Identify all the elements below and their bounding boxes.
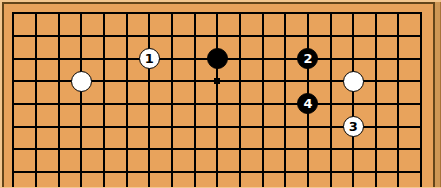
board-intersection (274, 93, 297, 116)
board-intersection (47, 115, 70, 138)
board-intersection (251, 161, 274, 184)
board-intersection (251, 115, 274, 138)
board-intersection (115, 115, 138, 138)
board-intersection (138, 70, 161, 93)
board-intersection (93, 2, 116, 25)
board-intersection (297, 161, 320, 184)
board-intersection (93, 93, 116, 116)
black-stone (207, 48, 228, 69)
board-intersection (93, 161, 116, 184)
board-intersection (115, 47, 138, 70)
board-intersection (161, 115, 184, 138)
board-intersection (410, 93, 433, 116)
board-intersection (342, 47, 365, 70)
board-intersection (229, 161, 252, 184)
go-board: 1243 (0, 0, 441, 188)
board-intersection (274, 2, 297, 25)
board-intersection (47, 25, 70, 48)
board-intersection (2, 47, 25, 70)
board-intersection (297, 138, 320, 161)
board-intersection (93, 138, 116, 161)
board-intersection (365, 70, 388, 93)
board-intersection (387, 70, 410, 93)
board-intersection (387, 161, 410, 184)
board-intersection (319, 47, 342, 70)
board-intersection (2, 25, 25, 48)
board-intersection (229, 93, 252, 116)
move-number-label: 3 (349, 120, 358, 133)
board-intersection (2, 115, 25, 138)
board-intersection (297, 115, 320, 138)
board-intersection (274, 70, 297, 93)
board-intersection (70, 25, 93, 48)
board-intersection (138, 138, 161, 161)
board-intersection (365, 93, 388, 116)
board-intersection (47, 93, 70, 116)
board-intersection (2, 2, 25, 25)
board-intersection (25, 161, 48, 184)
board-intersection (70, 93, 93, 116)
board-intersection (319, 93, 342, 116)
board-intersection (47, 47, 70, 70)
board-intersection (161, 25, 184, 48)
move-number-label: 4 (303, 97, 312, 110)
board-intersection (183, 47, 206, 70)
move-number-label: 1 (145, 52, 154, 65)
hoshi-point (214, 78, 220, 84)
board-intersection (229, 115, 252, 138)
board-intersection (70, 2, 93, 25)
go-grid (2, 2, 432, 188)
board-intersection (365, 25, 388, 48)
board-intersection (25, 93, 48, 116)
board-intersection (183, 70, 206, 93)
board-intersection (297, 2, 320, 25)
board-intersection (319, 138, 342, 161)
board-intersection (206, 115, 229, 138)
board-intersection (229, 47, 252, 70)
white-stone-move-1: 1 (139, 48, 160, 69)
board-frame-bottom-edge (0, 187, 441, 188)
board-intersection (161, 2, 184, 25)
board-intersection (25, 70, 48, 93)
board-intersection (274, 138, 297, 161)
board-intersection (410, 161, 433, 184)
board-intersection (138, 161, 161, 184)
board-intersection (183, 25, 206, 48)
board-intersection (138, 115, 161, 138)
board-intersection (115, 161, 138, 184)
board-intersection (161, 161, 184, 184)
board-intersection (319, 2, 342, 25)
board-intersection (229, 2, 252, 25)
board-intersection (115, 70, 138, 93)
board-intersection (251, 2, 274, 25)
board-frame-left-line (2, 2, 4, 188)
board-intersection (251, 93, 274, 116)
board-intersection (410, 138, 433, 161)
board-intersection (387, 115, 410, 138)
board-intersection (115, 138, 138, 161)
board-intersection (387, 2, 410, 25)
board-intersection (183, 93, 206, 116)
board-intersection (47, 161, 70, 184)
board-intersection (161, 138, 184, 161)
board-intersection (274, 115, 297, 138)
board-intersection (274, 161, 297, 184)
board-intersection (274, 47, 297, 70)
white-stone (71, 71, 92, 92)
board-intersection (365, 47, 388, 70)
board-frame-top-line (0, 2, 441, 4)
board-intersection (161, 93, 184, 116)
board-intersection (25, 25, 48, 48)
board-intersection (2, 138, 25, 161)
board-intersection (70, 47, 93, 70)
board-intersection (229, 70, 252, 93)
board-intersection (138, 2, 161, 25)
board-intersection (206, 93, 229, 116)
board-intersection (297, 25, 320, 48)
board-intersection (319, 25, 342, 48)
board-intersection (206, 138, 229, 161)
board-intersection (93, 47, 116, 70)
board-intersection (410, 2, 433, 25)
board-intersection (342, 2, 365, 25)
board-intersection (365, 161, 388, 184)
board-intersection (365, 115, 388, 138)
board-intersection (342, 93, 365, 116)
board-intersection (251, 47, 274, 70)
board-intersection (387, 25, 410, 48)
board-intersection (342, 161, 365, 184)
board-intersection (25, 138, 48, 161)
board-intersection (251, 138, 274, 161)
board-intersection (161, 70, 184, 93)
board-intersection (229, 25, 252, 48)
board-intersection (183, 138, 206, 161)
board-intersection (410, 25, 433, 48)
board-intersection (387, 47, 410, 70)
board-intersection (342, 138, 365, 161)
board-intersection (47, 2, 70, 25)
board-intersection (2, 93, 25, 116)
board-intersection (25, 2, 48, 25)
board-intersection (410, 47, 433, 70)
board-intersection (319, 115, 342, 138)
board-intersection (2, 161, 25, 184)
board-intersection (410, 115, 433, 138)
board-intersection (387, 138, 410, 161)
board-intersection (47, 138, 70, 161)
board-intersection (70, 115, 93, 138)
board-intersection (206, 161, 229, 184)
board-intersection (206, 2, 229, 25)
board-intersection (183, 115, 206, 138)
board-intersection (93, 25, 116, 48)
board-intersection (138, 25, 161, 48)
board-intersection (161, 47, 184, 70)
board-intersection (115, 2, 138, 25)
board-intersection (115, 93, 138, 116)
move-number-label: 2 (303, 52, 312, 65)
board-intersection (365, 138, 388, 161)
board-intersection (70, 138, 93, 161)
board-intersection (251, 70, 274, 93)
board-intersection (319, 70, 342, 93)
board-intersection (115, 25, 138, 48)
white-stone (343, 71, 364, 92)
board-intersection (183, 161, 206, 184)
board-intersection (183, 2, 206, 25)
board-intersection (387, 93, 410, 116)
board-intersection (70, 161, 93, 184)
board-intersection (229, 138, 252, 161)
board-intersection (25, 47, 48, 70)
board-intersection (25, 115, 48, 138)
board-intersection (47, 70, 70, 93)
board-intersection (93, 70, 116, 93)
white-stone-move-3: 3 (343, 116, 364, 137)
board-intersection (2, 70, 25, 93)
board-intersection (206, 25, 229, 48)
board-intersection (297, 70, 320, 93)
board-intersection (251, 25, 274, 48)
board-intersection (274, 25, 297, 48)
board-intersection (365, 2, 388, 25)
board-intersection (410, 70, 433, 93)
board-intersection (342, 25, 365, 48)
board-intersection (319, 161, 342, 184)
board-intersection (138, 93, 161, 116)
board-intersection (93, 115, 116, 138)
